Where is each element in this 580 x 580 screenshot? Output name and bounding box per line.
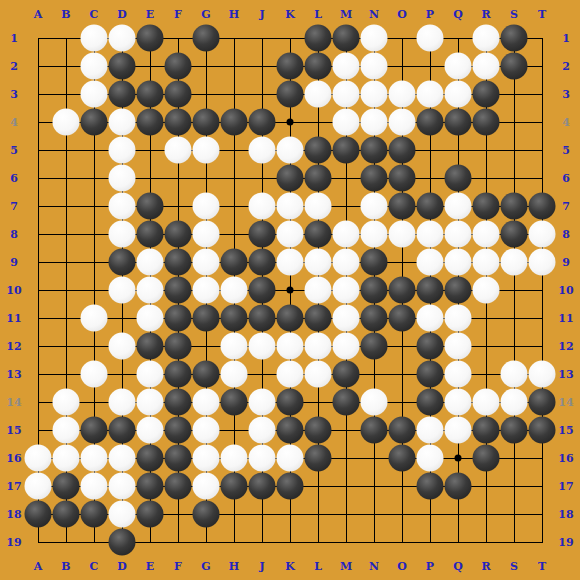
black-stone-g18[interactable] xyxy=(193,501,220,528)
row-label-right-17: 17 xyxy=(558,481,573,492)
white-stone-e11[interactable] xyxy=(137,305,164,332)
column-label-top-k: K xyxy=(285,9,295,20)
white-stone-k8[interactable] xyxy=(277,221,304,248)
black-stone-n10[interactable] xyxy=(361,277,388,304)
black-stone-j4[interactable] xyxy=(249,109,276,136)
white-stone-q14[interactable] xyxy=(445,389,472,416)
black-stone-f11[interactable] xyxy=(165,305,192,332)
white-stone-d6[interactable] xyxy=(109,165,136,192)
black-stone-b17[interactable] xyxy=(53,473,80,500)
black-stone-n15[interactable] xyxy=(361,417,388,444)
black-stone-t15[interactable] xyxy=(529,417,556,444)
column-label-top-p: P xyxy=(426,9,434,20)
column-label-top-n: N xyxy=(369,9,379,20)
white-stone-q12[interactable] xyxy=(445,333,472,360)
white-stone-s14[interactable] xyxy=(501,389,528,416)
black-stone-l15[interactable] xyxy=(305,417,332,444)
black-stone-p4[interactable] xyxy=(417,109,444,136)
row-label-right-7: 7 xyxy=(562,201,570,212)
go-board-window: AABBCCDDEEFFGGHHJJKKLLMMNNOOPPQQRRSSTT11… xyxy=(0,0,580,580)
white-stone-r1[interactable] xyxy=(473,25,500,52)
white-stone-j14[interactable] xyxy=(249,389,276,416)
white-stone-k16[interactable] xyxy=(277,445,304,472)
row-label-left-1: 1 xyxy=(10,33,18,44)
white-stone-g9[interactable] xyxy=(193,249,220,276)
white-stone-q15[interactable] xyxy=(445,417,472,444)
row-label-left-19: 19 xyxy=(6,537,21,548)
white-stone-r2[interactable] xyxy=(473,53,500,80)
black-stone-p12[interactable] xyxy=(417,333,444,360)
black-stone-m1[interactable] xyxy=(333,25,360,52)
white-stone-d12[interactable] xyxy=(109,333,136,360)
white-stone-p16[interactable] xyxy=(417,445,444,472)
column-label-bottom-g: G xyxy=(201,561,210,572)
black-stone-l6[interactable] xyxy=(305,165,332,192)
row-label-right-14: 14 xyxy=(558,397,573,408)
white-stone-r14[interactable] xyxy=(473,389,500,416)
black-stone-c15[interactable] xyxy=(81,417,108,444)
black-stone-q10[interactable] xyxy=(445,277,472,304)
row-label-left-17: 17 xyxy=(6,481,21,492)
white-stone-d5[interactable] xyxy=(109,137,136,164)
white-stone-b15[interactable] xyxy=(53,417,80,444)
white-stone-n4[interactable] xyxy=(361,109,388,136)
black-stone-s7[interactable] xyxy=(501,193,528,220)
black-stone-h17[interactable] xyxy=(221,473,248,500)
row-label-right-12: 12 xyxy=(558,341,573,352)
black-stone-l16[interactable] xyxy=(305,445,332,472)
row-label-right-2: 2 xyxy=(562,61,570,72)
black-stone-p13[interactable] xyxy=(417,361,444,388)
black-stone-j17[interactable] xyxy=(249,473,276,500)
black-stone-m13[interactable] xyxy=(333,361,360,388)
white-stone-o3[interactable] xyxy=(389,81,416,108)
white-stone-d10[interactable] xyxy=(109,277,136,304)
black-stone-e18[interactable] xyxy=(137,501,164,528)
white-stone-j12[interactable] xyxy=(249,333,276,360)
row-label-left-15: 15 xyxy=(6,425,21,436)
row-label-right-4: 4 xyxy=(562,117,570,128)
white-stone-c2[interactable] xyxy=(81,53,108,80)
black-stone-l8[interactable] xyxy=(305,221,332,248)
black-stone-l1[interactable] xyxy=(305,25,332,52)
black-stone-e12[interactable] xyxy=(137,333,164,360)
column-label-bottom-j: J xyxy=(259,561,264,572)
black-stone-k17[interactable] xyxy=(277,473,304,500)
black-stone-q6[interactable] xyxy=(445,165,472,192)
column-label-bottom-a: A xyxy=(34,561,43,572)
white-stone-l9[interactable] xyxy=(305,249,332,276)
white-stone-c13[interactable] xyxy=(81,361,108,388)
black-stone-f2[interactable] xyxy=(165,53,192,80)
black-stone-o5[interactable] xyxy=(389,137,416,164)
white-stone-b14[interactable] xyxy=(53,389,80,416)
white-stone-t13[interactable] xyxy=(529,361,556,388)
black-stone-m5[interactable] xyxy=(333,137,360,164)
black-stone-j10[interactable] xyxy=(249,277,276,304)
black-stone-q17[interactable] xyxy=(445,473,472,500)
row-label-right-15: 15 xyxy=(558,425,573,436)
white-stone-q13[interactable] xyxy=(445,361,472,388)
white-stone-l10[interactable] xyxy=(305,277,332,304)
white-stone-m4[interactable] xyxy=(333,109,360,136)
black-stone-f17[interactable] xyxy=(165,473,192,500)
black-stone-d3[interactable] xyxy=(109,81,136,108)
black-stone-b18[interactable] xyxy=(53,501,80,528)
white-stone-r8[interactable] xyxy=(473,221,500,248)
white-stone-l13[interactable] xyxy=(305,361,332,388)
row-label-left-16: 16 xyxy=(6,453,21,464)
black-stone-f3[interactable] xyxy=(165,81,192,108)
white-stone-d14[interactable] xyxy=(109,389,136,416)
row-label-right-11: 11 xyxy=(558,313,573,324)
white-stone-h13[interactable] xyxy=(221,361,248,388)
black-stone-c4[interactable] xyxy=(81,109,108,136)
column-label-bottom-c: C xyxy=(90,561,99,572)
black-stone-o15[interactable] xyxy=(389,417,416,444)
black-stone-k2[interactable] xyxy=(277,53,304,80)
white-stone-m12[interactable] xyxy=(333,333,360,360)
column-label-bottom-l: L xyxy=(314,561,322,572)
column-label-bottom-f: F xyxy=(174,561,182,572)
black-stone-o16[interactable] xyxy=(389,445,416,472)
column-label-bottom-d: D xyxy=(117,561,127,572)
star-point-k10 xyxy=(287,287,294,294)
black-stone-g13[interactable] xyxy=(193,361,220,388)
white-stone-c3[interactable] xyxy=(81,81,108,108)
black-stone-d9[interactable] xyxy=(109,249,136,276)
column-label-top-a: A xyxy=(34,9,43,20)
white-stone-g14[interactable] xyxy=(193,389,220,416)
white-stone-d18[interactable] xyxy=(109,501,136,528)
black-stone-k6[interactable] xyxy=(277,165,304,192)
black-stone-f8[interactable] xyxy=(165,221,192,248)
white-stone-d17[interactable] xyxy=(109,473,136,500)
black-stone-o7[interactable] xyxy=(389,193,416,220)
row-label-left-8: 8 xyxy=(10,229,18,240)
row-label-right-9: 9 xyxy=(562,257,570,268)
white-stone-c17[interactable] xyxy=(81,473,108,500)
black-stone-l11[interactable] xyxy=(305,305,332,332)
column-label-top-t: T xyxy=(538,9,546,20)
column-label-top-s: S xyxy=(510,9,518,20)
row-label-right-6: 6 xyxy=(562,173,570,184)
black-stone-f9[interactable] xyxy=(165,249,192,276)
white-stone-h12[interactable] xyxy=(221,333,248,360)
black-stone-t7[interactable] xyxy=(529,193,556,220)
white-stone-j15[interactable] xyxy=(249,417,276,444)
white-stone-l7[interactable] xyxy=(305,193,332,220)
row-label-right-1: 1 xyxy=(562,33,570,44)
white-stone-g5[interactable] xyxy=(193,137,220,164)
white-stone-d16[interactable] xyxy=(109,445,136,472)
black-stone-k15[interactable] xyxy=(277,417,304,444)
white-stone-q9[interactable] xyxy=(445,249,472,276)
black-stone-g4[interactable] xyxy=(193,109,220,136)
row-label-left-2: 2 xyxy=(10,61,18,72)
white-stone-h10[interactable] xyxy=(221,277,248,304)
row-label-right-3: 3 xyxy=(562,89,570,100)
white-stone-t8[interactable] xyxy=(529,221,556,248)
white-stone-l12[interactable] xyxy=(305,333,332,360)
white-stone-a17[interactable] xyxy=(25,473,52,500)
white-stone-e15[interactable] xyxy=(137,417,164,444)
black-stone-p14[interactable] xyxy=(417,389,444,416)
white-stone-d7[interactable] xyxy=(109,193,136,220)
white-stone-m11[interactable] xyxy=(333,305,360,332)
white-stone-g7[interactable] xyxy=(193,193,220,220)
black-stone-g1[interactable] xyxy=(193,25,220,52)
black-stone-d2[interactable] xyxy=(109,53,136,80)
white-stone-n2[interactable] xyxy=(361,53,388,80)
white-stone-n3[interactable] xyxy=(361,81,388,108)
star-point-q16 xyxy=(455,455,462,462)
row-label-left-18: 18 xyxy=(6,509,21,520)
row-label-left-13: 13 xyxy=(6,369,21,380)
black-stone-k11[interactable] xyxy=(277,305,304,332)
row-label-left-14: 14 xyxy=(6,397,21,408)
white-stone-e9[interactable] xyxy=(137,249,164,276)
white-stone-k9[interactable] xyxy=(277,249,304,276)
white-stone-b16[interactable] xyxy=(53,445,80,472)
black-stone-h11[interactable] xyxy=(221,305,248,332)
white-stone-r10[interactable] xyxy=(473,277,500,304)
column-label-bottom-k: K xyxy=(285,561,295,572)
row-label-right-5: 5 xyxy=(562,145,570,156)
white-stone-e13[interactable] xyxy=(137,361,164,388)
column-label-top-l: L xyxy=(314,9,322,20)
white-stone-t9[interactable] xyxy=(529,249,556,276)
black-stone-f10[interactable] xyxy=(165,277,192,304)
white-stone-s9[interactable] xyxy=(501,249,528,276)
column-label-bottom-o: O xyxy=(397,561,407,572)
white-stone-k7[interactable] xyxy=(277,193,304,220)
white-stone-m2[interactable] xyxy=(333,53,360,80)
column-label-top-e: E xyxy=(146,9,154,20)
black-stone-r15[interactable] xyxy=(473,417,500,444)
white-stone-m3[interactable] xyxy=(333,81,360,108)
black-stone-n12[interactable] xyxy=(361,333,388,360)
white-stone-q7[interactable] xyxy=(445,193,472,220)
black-stone-d19[interactable] xyxy=(109,529,136,556)
column-label-bottom-r: R xyxy=(481,561,490,572)
white-stone-k12[interactable] xyxy=(277,333,304,360)
black-stone-n6[interactable] xyxy=(361,165,388,192)
white-stone-j5[interactable] xyxy=(249,137,276,164)
column-label-top-o: O xyxy=(397,9,407,20)
white-stone-f5[interactable] xyxy=(165,137,192,164)
black-stone-p17[interactable] xyxy=(417,473,444,500)
column-label-top-f: F xyxy=(174,9,182,20)
row-label-right-8: 8 xyxy=(562,229,570,240)
white-stone-m10[interactable] xyxy=(333,277,360,304)
black-stone-c18[interactable] xyxy=(81,501,108,528)
black-stone-e17[interactable] xyxy=(137,473,164,500)
white-stone-q11[interactable] xyxy=(445,305,472,332)
black-stone-f12[interactable] xyxy=(165,333,192,360)
black-stone-k14[interactable] xyxy=(277,389,304,416)
white-stone-g17[interactable] xyxy=(193,473,220,500)
row-label-left-7: 7 xyxy=(10,201,18,212)
white-stone-p11[interactable] xyxy=(417,305,444,332)
black-stone-d15[interactable] xyxy=(109,417,136,444)
column-label-top-j: J xyxy=(259,9,264,20)
black-stone-j11[interactable] xyxy=(249,305,276,332)
row-label-right-13: 13 xyxy=(558,369,573,380)
white-stone-m9[interactable] xyxy=(333,249,360,276)
black-stone-e3[interactable] xyxy=(137,81,164,108)
row-label-left-9: 9 xyxy=(10,257,18,268)
black-stone-l2[interactable] xyxy=(305,53,332,80)
white-stone-p1[interactable] xyxy=(417,25,444,52)
white-stone-p9[interactable] xyxy=(417,249,444,276)
white-stone-h16[interactable] xyxy=(221,445,248,472)
white-stone-c11[interactable] xyxy=(81,305,108,332)
white-stone-p15[interactable] xyxy=(417,417,444,444)
black-stone-a18[interactable] xyxy=(25,501,52,528)
white-stone-d4[interactable] xyxy=(109,109,136,136)
black-stone-f16[interactable] xyxy=(165,445,192,472)
column-label-bottom-n: N xyxy=(369,561,379,572)
white-stone-n1[interactable] xyxy=(361,25,388,52)
black-stone-s1[interactable] xyxy=(501,25,528,52)
white-stone-g8[interactable] xyxy=(193,221,220,248)
black-stone-j9[interactable] xyxy=(249,249,276,276)
white-stone-b4[interactable] xyxy=(53,109,80,136)
black-stone-j8[interactable] xyxy=(249,221,276,248)
black-stone-f15[interactable] xyxy=(165,417,192,444)
white-stone-o4[interactable] xyxy=(389,109,416,136)
column-label-top-q: Q xyxy=(453,9,463,20)
black-stone-f4[interactable] xyxy=(165,109,192,136)
row-label-right-16: 16 xyxy=(558,453,573,464)
black-stone-f14[interactable] xyxy=(165,389,192,416)
row-label-left-11: 11 xyxy=(6,313,21,324)
white-stone-p3[interactable] xyxy=(417,81,444,108)
column-label-bottom-p: P xyxy=(426,561,434,572)
white-stone-j7[interactable] xyxy=(249,193,276,220)
black-stone-o10[interactable] xyxy=(389,277,416,304)
black-stone-h14[interactable] xyxy=(221,389,248,416)
row-label-left-5: 5 xyxy=(10,145,18,156)
row-label-left-6: 6 xyxy=(10,173,18,184)
column-label-bottom-m: M xyxy=(340,561,352,572)
white-stone-e14[interactable] xyxy=(137,389,164,416)
black-stone-s2[interactable] xyxy=(501,53,528,80)
row-label-left-10: 10 xyxy=(6,285,21,296)
black-stone-n11[interactable] xyxy=(361,305,388,332)
white-stone-a16[interactable] xyxy=(25,445,52,472)
white-stone-q3[interactable] xyxy=(445,81,472,108)
row-label-left-12: 12 xyxy=(6,341,21,352)
white-stone-q8[interactable] xyxy=(445,221,472,248)
white-stone-j16[interactable] xyxy=(249,445,276,472)
black-stone-o11[interactable] xyxy=(389,305,416,332)
black-stone-p10[interactable] xyxy=(417,277,444,304)
black-stone-o6[interactable] xyxy=(389,165,416,192)
row-label-right-18: 18 xyxy=(558,509,573,520)
white-stone-r9[interactable] xyxy=(473,249,500,276)
white-stone-d8[interactable] xyxy=(109,221,136,248)
white-stone-d1[interactable] xyxy=(109,25,136,52)
black-stone-e1[interactable] xyxy=(137,25,164,52)
white-stone-n7[interactable] xyxy=(361,193,388,220)
column-label-bottom-s: S xyxy=(510,561,518,572)
black-stone-f13[interactable] xyxy=(165,361,192,388)
white-stone-l3[interactable] xyxy=(305,81,332,108)
column-label-top-g: G xyxy=(201,9,210,20)
white-stone-g15[interactable] xyxy=(193,417,220,444)
black-stone-k3[interactable] xyxy=(277,81,304,108)
black-stone-n5[interactable] xyxy=(361,137,388,164)
white-stone-g10[interactable] xyxy=(193,277,220,304)
column-label-top-b: B xyxy=(61,9,70,20)
black-stone-h4[interactable] xyxy=(221,109,248,136)
column-label-bottom-h: H xyxy=(229,561,239,572)
column-label-top-d: D xyxy=(117,9,127,20)
column-label-top-h: H xyxy=(229,9,239,20)
column-label-top-r: R xyxy=(481,9,490,20)
row-label-right-10: 10 xyxy=(558,285,573,296)
column-label-bottom-q: Q xyxy=(453,561,463,572)
row-label-right-19: 19 xyxy=(558,537,573,548)
white-stone-q2[interactable] xyxy=(445,53,472,80)
column-label-bottom-b: B xyxy=(61,561,70,572)
black-stone-e4[interactable] xyxy=(137,109,164,136)
white-stone-p8[interactable] xyxy=(417,221,444,248)
white-stone-n14[interactable] xyxy=(361,389,388,416)
black-stone-r7[interactable] xyxy=(473,193,500,220)
row-label-left-4: 4 xyxy=(10,117,18,128)
white-stone-o8[interactable] xyxy=(389,221,416,248)
black-stone-s8[interactable] xyxy=(501,221,528,248)
black-stone-e7[interactable] xyxy=(137,193,164,220)
black-stone-m14[interactable] xyxy=(333,389,360,416)
column-label-top-m: M xyxy=(340,9,352,20)
white-stone-e10[interactable] xyxy=(137,277,164,304)
black-stone-g11[interactable] xyxy=(193,305,220,332)
black-stone-r3[interactable] xyxy=(473,81,500,108)
white-stone-s13[interactable] xyxy=(501,361,528,388)
star-point-k4 xyxy=(287,119,294,126)
black-stone-e8[interactable] xyxy=(137,221,164,248)
white-stone-k13[interactable] xyxy=(277,361,304,388)
white-stone-k5[interactable] xyxy=(277,137,304,164)
black-stone-p7[interactable] xyxy=(417,193,444,220)
column-label-bottom-e: E xyxy=(146,561,154,572)
white-stone-c1[interactable] xyxy=(81,25,108,52)
black-stone-s15[interactable] xyxy=(501,417,528,444)
white-stone-g16[interactable] xyxy=(193,445,220,472)
column-label-bottom-t: T xyxy=(538,561,546,572)
black-stone-r4[interactable] xyxy=(473,109,500,136)
white-stone-c16[interactable] xyxy=(81,445,108,472)
black-stone-r16[interactable] xyxy=(473,445,500,472)
black-stone-n9[interactable] xyxy=(361,249,388,276)
black-stone-l5[interactable] xyxy=(305,137,332,164)
black-stone-q4[interactable] xyxy=(445,109,472,136)
column-label-top-c: C xyxy=(90,9,99,20)
white-stone-m8[interactable] xyxy=(333,221,360,248)
black-stone-e16[interactable] xyxy=(137,445,164,472)
row-label-left-3: 3 xyxy=(10,89,18,100)
black-stone-t14[interactable] xyxy=(529,389,556,416)
black-stone-h9[interactable] xyxy=(221,249,248,276)
white-stone-n8[interactable] xyxy=(361,221,388,248)
